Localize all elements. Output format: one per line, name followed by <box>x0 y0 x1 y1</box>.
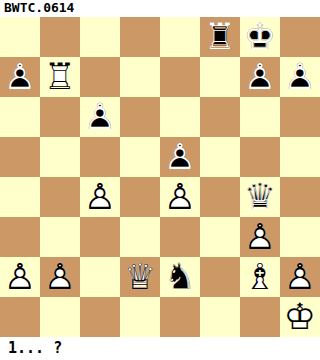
white-queen-piece[interactable]: ♛♕ <box>120 257 160 297</box>
square-c2[interactable] <box>80 257 120 297</box>
white-pawn-piece[interactable]: ♟♙ <box>240 217 280 257</box>
square-c7[interactable] <box>80 57 120 97</box>
white-pawn-piece[interactable]: ♟♙ <box>80 177 120 217</box>
pawn-glyph-outline: ♙ <box>240 57 280 97</box>
square-c1[interactable] <box>80 297 120 337</box>
pawn-glyph-outline: ♙ <box>160 137 200 177</box>
black-pawn-piece[interactable]: ♟♙ <box>240 57 280 97</box>
square-b8[interactable] <box>40 17 80 57</box>
square-a3[interactable] <box>0 217 40 257</box>
square-g8[interactable]: ♚♔ <box>240 17 280 57</box>
square-e4[interactable]: ♟♙ <box>160 177 200 217</box>
square-f2[interactable] <box>200 257 240 297</box>
square-g4[interactable]: ♛♕ <box>240 177 280 217</box>
knight-glyph-outline: ♘ <box>160 257 200 297</box>
pawn-glyph-outline: ♙ <box>280 57 320 97</box>
square-f8[interactable]: ♜♖ <box>200 17 240 57</box>
pawn-glyph-outline: ♙ <box>0 57 40 97</box>
pawn-glyph-outline: ♙ <box>80 177 120 217</box>
square-f3[interactable] <box>200 217 240 257</box>
black-pawn-piece[interactable]: ♟♙ <box>160 137 200 177</box>
square-h7[interactable]: ♟♙ <box>280 57 320 97</box>
square-f4[interactable] <box>200 177 240 217</box>
square-a8[interactable] <box>0 17 40 57</box>
chess-board: ♜♖♚♔♟♙♜♖♟♙♟♙♟♙♟♙♟♙♟♙♛♕♟♙♟♙♟♙♛♕♞♘♝♗♟♙♚♔ <box>0 17 320 337</box>
square-b3[interactable] <box>40 217 80 257</box>
square-d5[interactable] <box>120 137 160 177</box>
bishop-glyph-outline: ♗ <box>240 257 280 297</box>
square-g7[interactable]: ♟♙ <box>240 57 280 97</box>
square-b2[interactable]: ♟♙ <box>40 257 80 297</box>
square-g3[interactable]: ♟♙ <box>240 217 280 257</box>
black-king-piece[interactable]: ♚♔ <box>240 17 280 57</box>
square-g5[interactable] <box>240 137 280 177</box>
square-h4[interactable] <box>280 177 320 217</box>
square-b1[interactable] <box>40 297 80 337</box>
pawn-glyph-outline: ♙ <box>0 257 40 297</box>
square-h8[interactable] <box>280 17 320 57</box>
square-f1[interactable] <box>200 297 240 337</box>
square-a6[interactable] <box>0 97 40 137</box>
square-e5[interactable]: ♟♙ <box>160 137 200 177</box>
square-d8[interactable] <box>120 17 160 57</box>
rook-glyph-outline: ♖ <box>200 17 240 57</box>
square-a4[interactable] <box>0 177 40 217</box>
white-bishop-piece[interactable]: ♝♗ <box>240 257 280 297</box>
pawn-glyph-outline: ♙ <box>280 257 320 297</box>
square-d6[interactable] <box>120 97 160 137</box>
square-d2[interactable]: ♛♕ <box>120 257 160 297</box>
pawn-glyph-outline: ♙ <box>240 217 280 257</box>
square-c3[interactable] <box>80 217 120 257</box>
square-b5[interactable] <box>40 137 80 177</box>
square-h6[interactable] <box>280 97 320 137</box>
square-e3[interactable] <box>160 217 200 257</box>
square-d4[interactable] <box>120 177 160 217</box>
black-queen-piece[interactable]: ♛♕ <box>240 177 280 217</box>
white-pawn-piece[interactable]: ♟♙ <box>0 257 40 297</box>
white-rook-piece[interactable]: ♜♖ <box>40 57 80 97</box>
square-h5[interactable] <box>280 137 320 177</box>
queen-glyph-outline: ♕ <box>240 177 280 217</box>
white-king-piece[interactable]: ♚♔ <box>280 297 320 337</box>
square-a7[interactable]: ♟♙ <box>0 57 40 97</box>
square-a5[interactable] <box>0 137 40 177</box>
puzzle-title: BWTC.0614 <box>0 0 320 17</box>
move-prompt: 1... ? <box>0 337 320 360</box>
square-e7[interactable] <box>160 57 200 97</box>
square-f7[interactable] <box>200 57 240 97</box>
square-d7[interactable] <box>120 57 160 97</box>
white-pawn-piece[interactable]: ♟♙ <box>160 177 200 217</box>
white-pawn-piece[interactable]: ♟♙ <box>280 257 320 297</box>
square-b4[interactable] <box>40 177 80 217</box>
square-g2[interactable]: ♝♗ <box>240 257 280 297</box>
black-pawn-piece[interactable]: ♟♙ <box>280 57 320 97</box>
square-c8[interactable] <box>80 17 120 57</box>
square-h2[interactable]: ♟♙ <box>280 257 320 297</box>
rook-glyph-outline: ♖ <box>40 57 80 97</box>
black-pawn-piece[interactable]: ♟♙ <box>0 57 40 97</box>
white-pawn-piece[interactable]: ♟♙ <box>40 257 80 297</box>
square-a2[interactable]: ♟♙ <box>0 257 40 297</box>
black-pawn-piece[interactable]: ♟♙ <box>80 97 120 137</box>
square-e6[interactable] <box>160 97 200 137</box>
square-b6[interactable] <box>40 97 80 137</box>
square-h3[interactable] <box>280 217 320 257</box>
square-h1[interactable]: ♚♔ <box>280 297 320 337</box>
pawn-glyph-outline: ♙ <box>80 97 120 137</box>
square-e2[interactable]: ♞♘ <box>160 257 200 297</box>
square-d1[interactable] <box>120 297 160 337</box>
square-g6[interactable] <box>240 97 280 137</box>
square-d3[interactable] <box>120 217 160 257</box>
chess-puzzle-frame: BWTC.0614 ♜♖♚♔♟♙♜♖♟♙♟♙♟♙♟♙♟♙♟♙♛♕♟♙♟♙♟♙♛♕… <box>0 0 320 360</box>
king-glyph-outline: ♔ <box>240 17 280 57</box>
black-rook-piece[interactable]: ♜♖ <box>200 17 240 57</box>
square-c5[interactable] <box>80 137 120 177</box>
square-g1[interactable] <box>240 297 280 337</box>
square-e1[interactable] <box>160 297 200 337</box>
square-c6[interactable]: ♟♙ <box>80 97 120 137</box>
pawn-glyph-outline: ♙ <box>160 177 200 217</box>
queen-glyph-outline: ♕ <box>120 257 160 297</box>
square-f5[interactable] <box>200 137 240 177</box>
square-a1[interactable] <box>0 297 40 337</box>
square-f6[interactable] <box>200 97 240 137</box>
black-knight-piece[interactable]: ♞♘ <box>160 257 200 297</box>
square-e8[interactable] <box>160 17 200 57</box>
king-glyph-outline: ♔ <box>280 297 320 337</box>
square-b7[interactable]: ♜♖ <box>40 57 80 97</box>
pawn-glyph-outline: ♙ <box>40 257 80 297</box>
square-c4[interactable]: ♟♙ <box>80 177 120 217</box>
